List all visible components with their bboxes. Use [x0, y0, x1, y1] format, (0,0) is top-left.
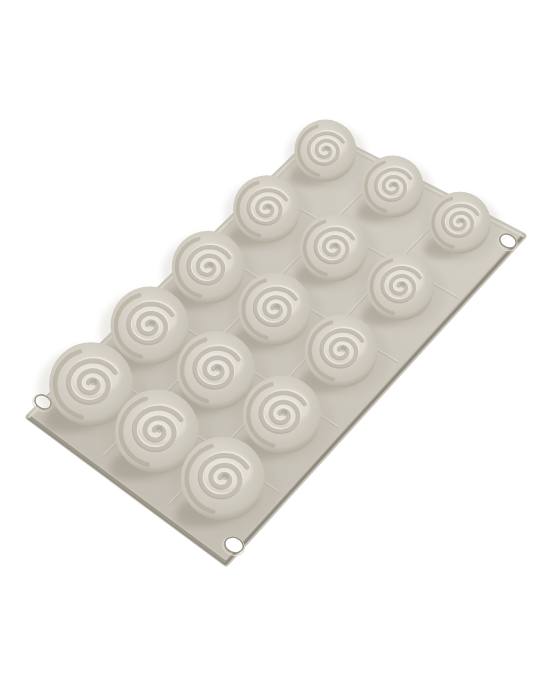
rose-center — [274, 304, 280, 310]
rose-center — [281, 410, 287, 416]
rose-center — [90, 379, 97, 386]
rose-center — [149, 321, 155, 327]
rose-mold-photo — [0, 0, 550, 695]
product-photo-canvas — [0, 0, 550, 695]
rose-center — [208, 263, 214, 269]
rose-center — [266, 205, 271, 210]
rose-center — [341, 346, 347, 352]
rose-center — [156, 426, 163, 433]
rose-center — [215, 365, 221, 371]
rose-center — [392, 183, 397, 188]
rose-center — [333, 243, 338, 248]
rose-center — [222, 473, 229, 480]
rose-center — [400, 282, 405, 287]
rose-center — [325, 147, 330, 152]
rose-center — [459, 219, 464, 224]
